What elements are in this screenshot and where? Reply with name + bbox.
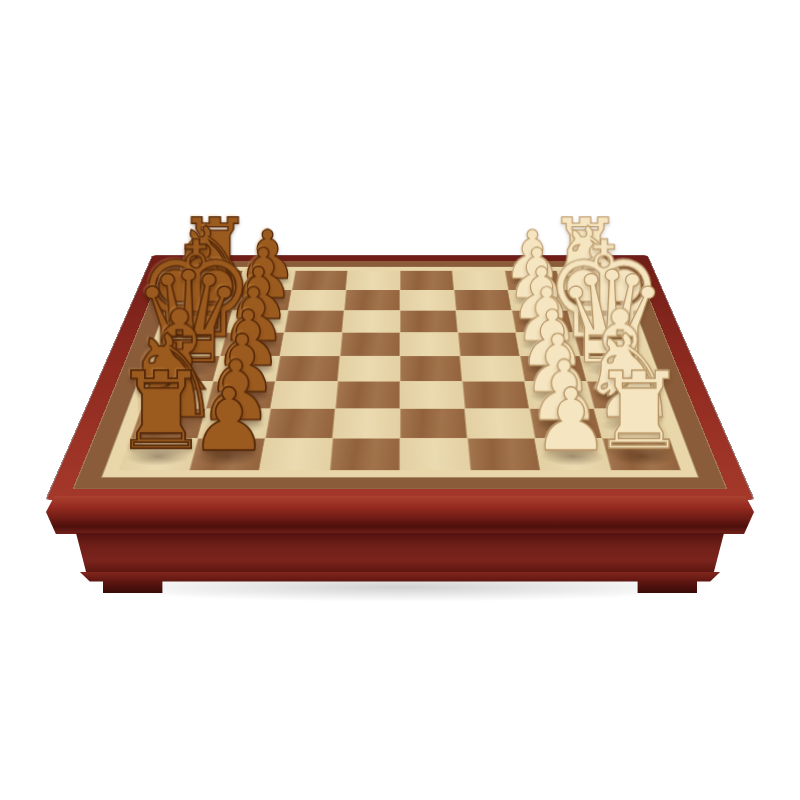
square-g5[interactable] <box>344 290 400 310</box>
chess-set-photo: ♜♟♟♜♞♟♟♞♝♟♟♝♚♟♟♚♛♟♟♛♝♟♟♝♞♟♟♞♜♟♟♜ <box>0 0 800 800</box>
piece-wP[interactable]: ♟ <box>480 377 662 464</box>
box-front-molding <box>46 496 754 534</box>
square-a2[interactable]: ♟ <box>535 438 611 470</box>
square-h4[interactable] <box>400 271 454 290</box>
square-f4[interactable] <box>400 311 458 333</box>
square-f5[interactable] <box>342 311 400 333</box>
square-a4[interactable] <box>400 438 470 470</box>
square-d4[interactable] <box>400 356 462 381</box>
box-front-panel <box>76 533 724 573</box>
square-a7[interactable]: ♟ <box>189 438 265 470</box>
walnut-border: ♜♟♟♜♞♟♟♞♝♟♟♝♚♟♟♚♛♟♟♛♝♟♟♝♞♟♟♞♜♟♟♜ <box>73 261 728 489</box>
piece-shadow <box>607 447 676 466</box>
square-d5[interactable] <box>338 356 400 381</box>
piece-shadow <box>193 447 261 466</box>
square-e5[interactable] <box>340 332 400 356</box>
square-c4[interactable] <box>400 381 465 408</box>
piece-shadow <box>539 447 607 466</box>
square-g4[interactable] <box>400 290 456 310</box>
square-c5[interactable] <box>335 381 400 408</box>
piece-shadow <box>123 447 192 466</box>
piece-bP[interactable]: ♟ <box>138 377 320 464</box>
square-b5[interactable] <box>333 409 400 439</box>
board-top-rim: ♜♟♟♜♞♟♟♞♝♟♟♝♚♟♟♚♛♟♟♛♝♟♟♝♞♟♟♞♜♟♟♜ <box>46 255 753 499</box>
board-grid: ♜♟♟♜♞♟♟♞♝♟♟♝♚♟♟♚♛♟♟♛♝♟♟♝♞♟♟♞♜♟♟♜ <box>119 271 681 470</box>
maple-border: ♜♟♟♜♞♟♟♞♝♟♟♝♚♟♟♚♛♟♟♛♝♟♟♝♞♟♟♞♜♟♟♜ <box>101 267 699 478</box>
square-a5[interactable] <box>330 438 400 470</box>
square-e4[interactable] <box>400 332 460 356</box>
square-h5[interactable] <box>346 271 400 290</box>
square-b4[interactable] <box>400 409 467 439</box>
